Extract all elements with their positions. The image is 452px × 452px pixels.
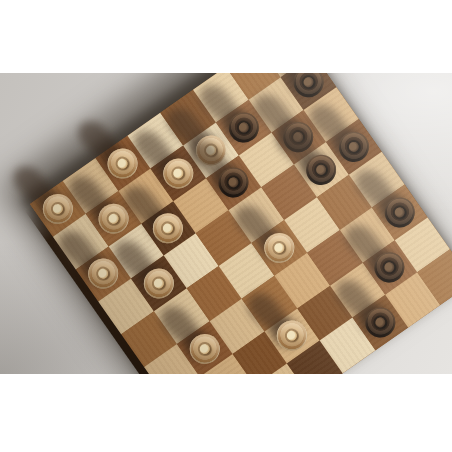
photo	[0, 73, 452, 374]
game-board	[30, 73, 452, 374]
letterbox-top	[0, 0, 452, 73]
letterbox-bottom	[0, 374, 452, 452]
photo-canvas	[0, 0, 452, 452]
